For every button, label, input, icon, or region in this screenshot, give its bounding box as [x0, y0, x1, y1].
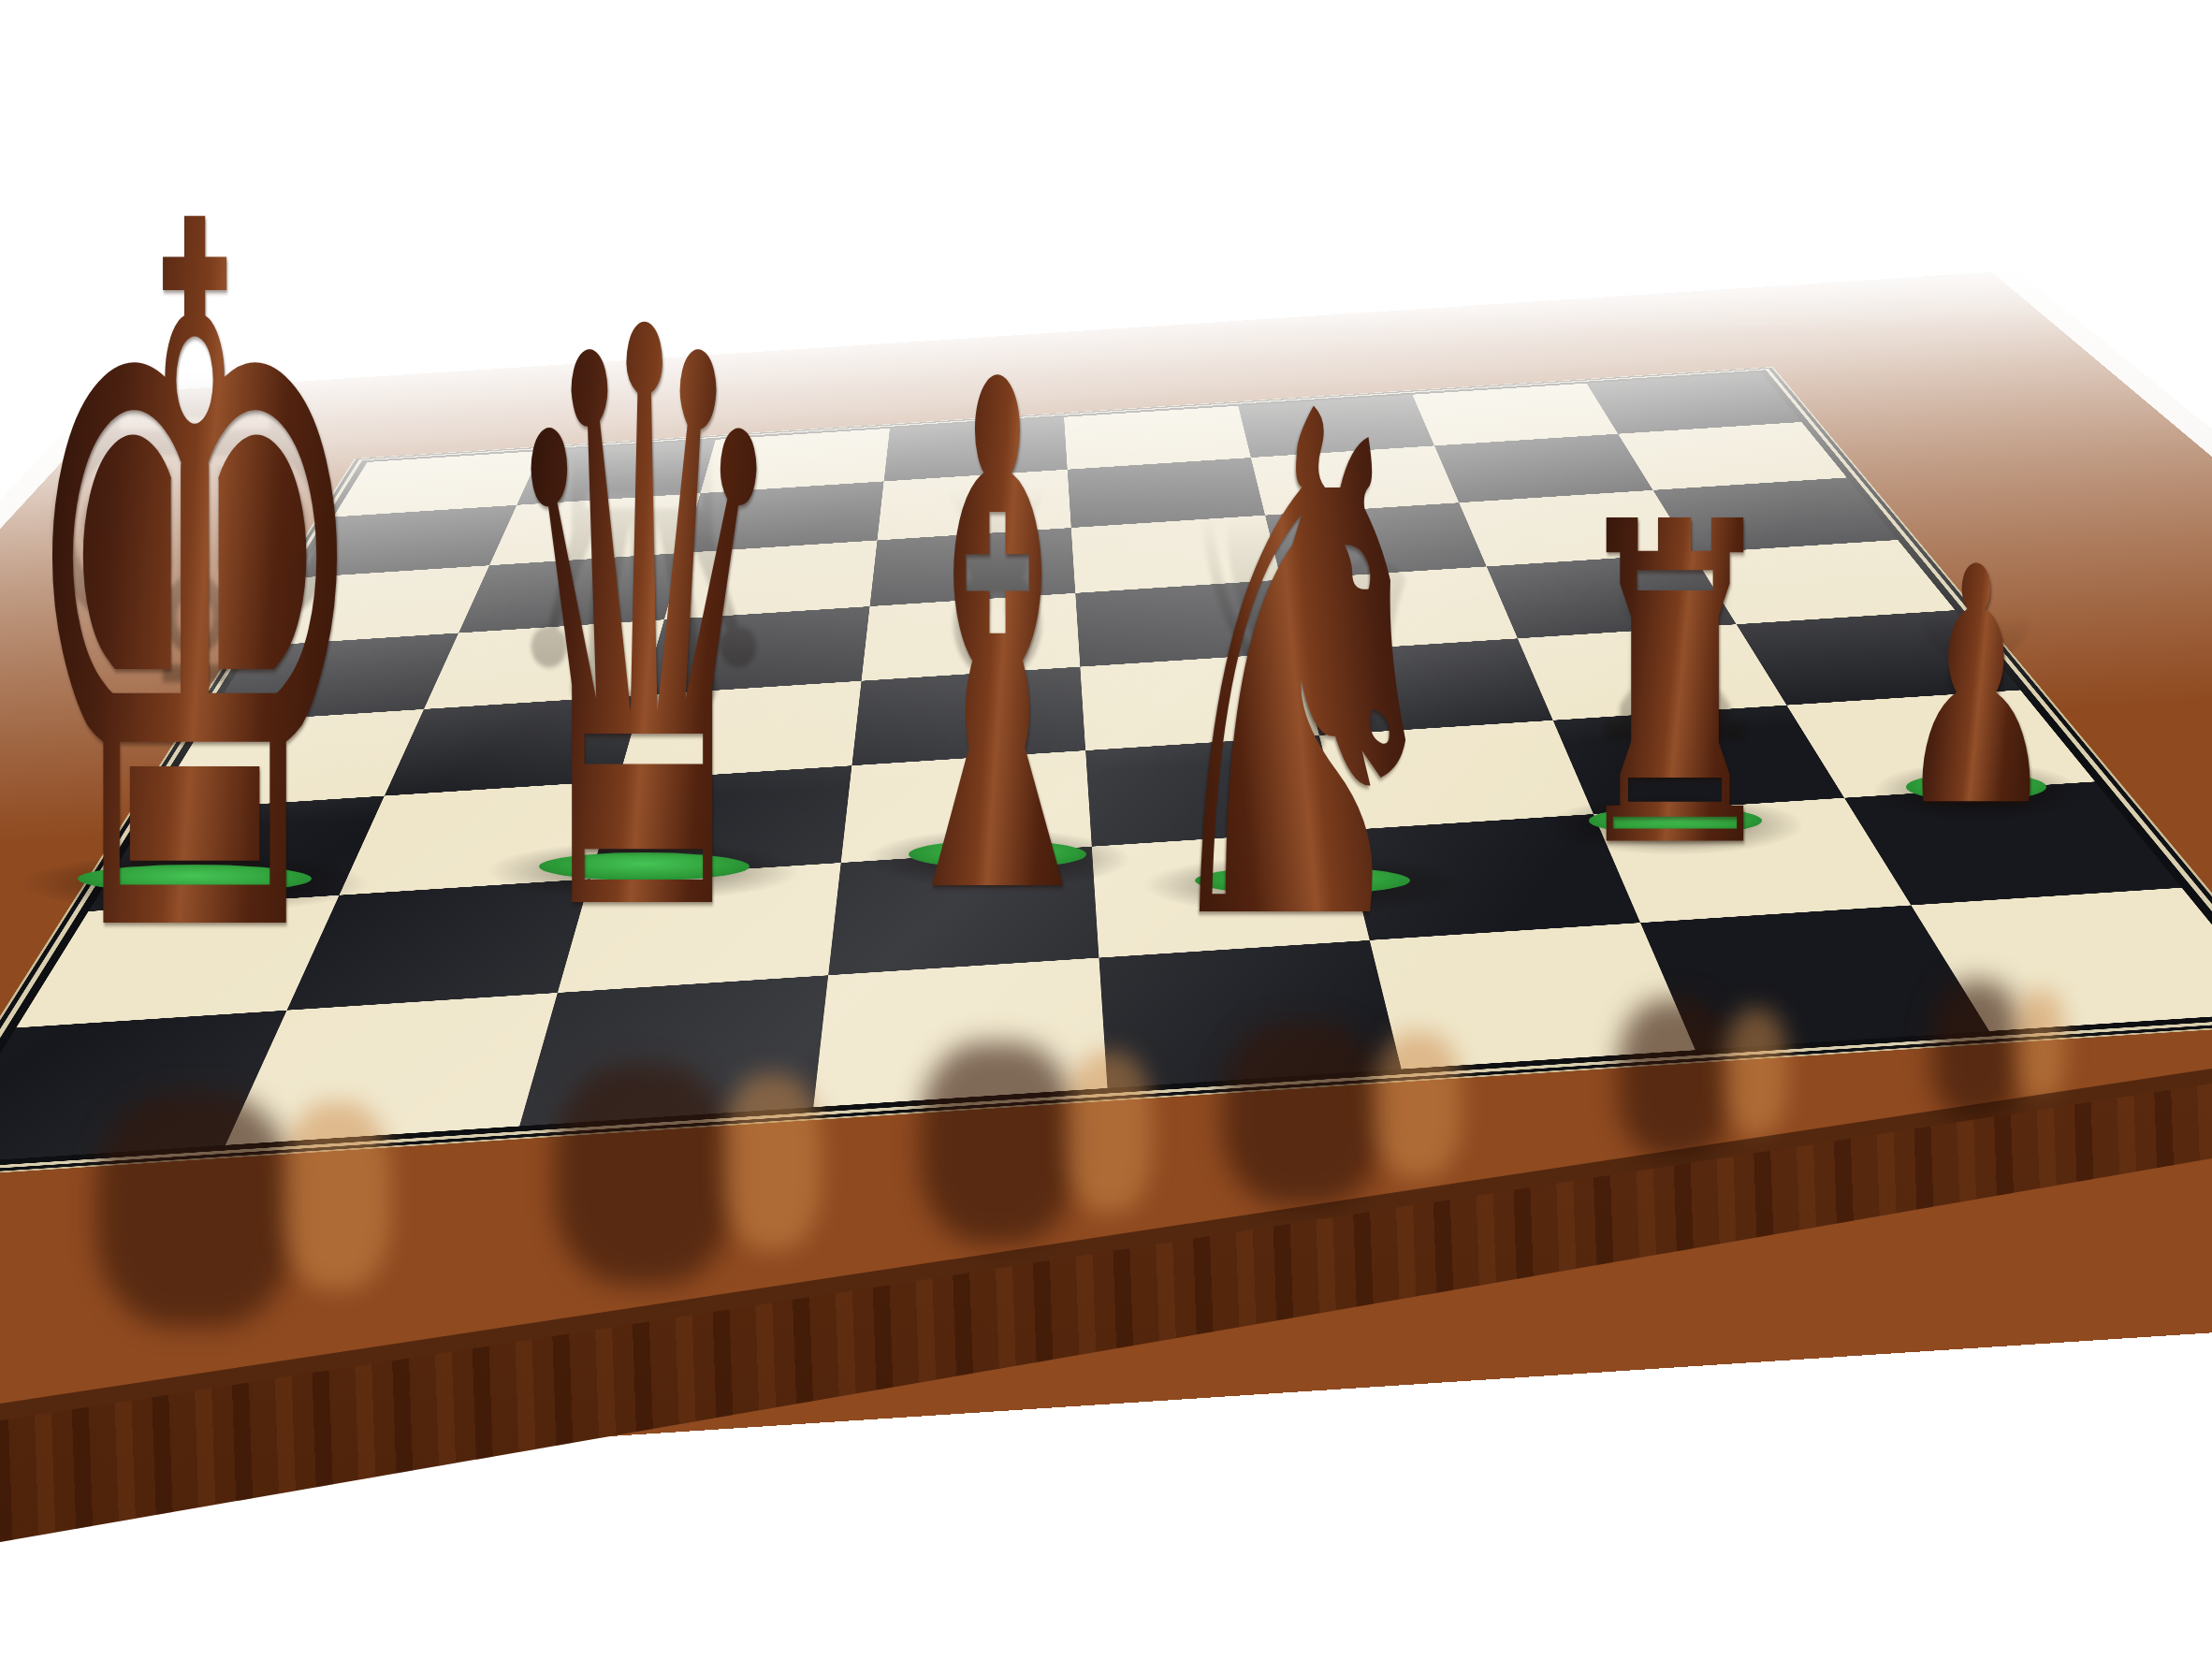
- piece-black-king-c2: ♚: [12, 104, 376, 1071]
- pawn-front-border-glow: [2016, 990, 2065, 1102]
- piece-black-knight-f5: ♞: [1142, 326, 1464, 1018]
- piece-black-rook-g6: ♜: [1565, 466, 1783, 909]
- queen-front-border-glow: [724, 1074, 822, 1250]
- pawn-front-border-shadow: [1932, 981, 2021, 1121]
- piece-black-pawn-h7: ♟: [1896, 525, 2057, 851]
- bishop-front-border-shadow: [921, 1042, 1075, 1244]
- chess-photo-stage: ♚♚♛♛♝♝♞♞♜♜♟♟: [0, 0, 2212, 1659]
- queen-front-border-shadow: [555, 1065, 733, 1285]
- piece-black-queen-d3: ♛: [494, 230, 793, 1025]
- piece-black-bishop-e4: ♝: [872, 294, 1123, 993]
- rook-front-border-glow: [1725, 1009, 1787, 1136]
- bishop-front-border-glow: [1067, 1052, 1152, 1213]
- rook-front-border-shadow: [1619, 999, 1731, 1158]
